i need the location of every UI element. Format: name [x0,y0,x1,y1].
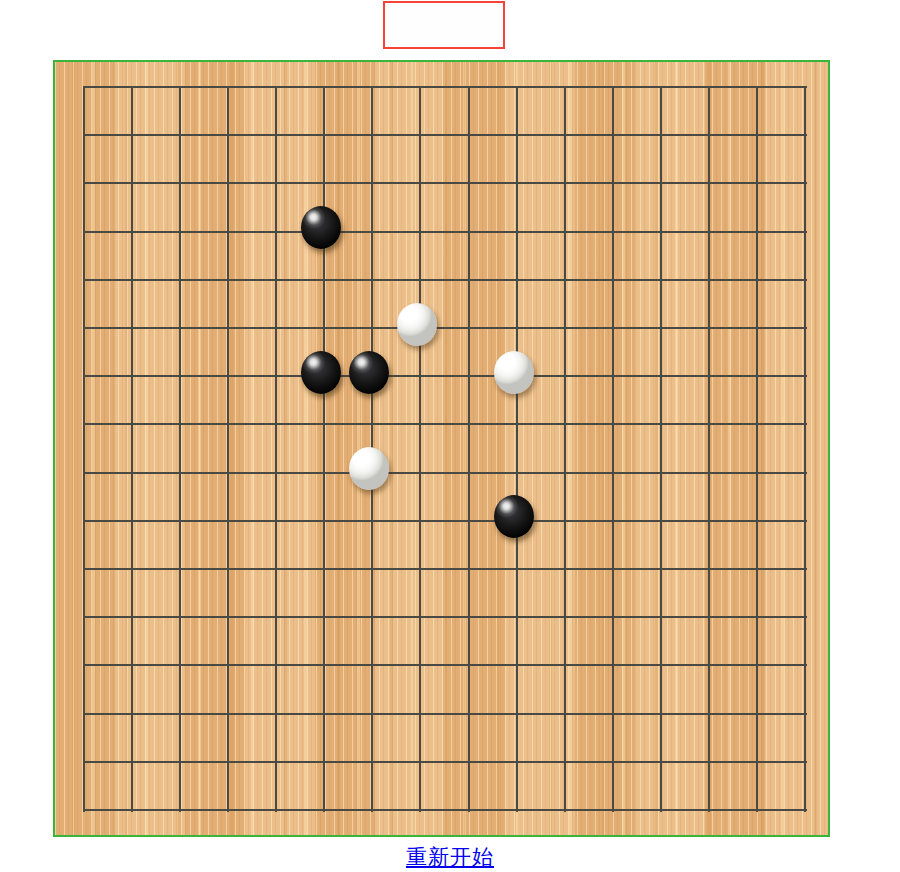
grid-line-vertical [516,86,518,812]
grid-line-horizontal [83,327,807,329]
stone-black [494,495,534,538]
stone-white [349,447,389,490]
grid-line-vertical [227,86,229,812]
stone-black [349,351,389,394]
grid-line-vertical [131,86,133,812]
grid-line-vertical [708,86,710,812]
grid-line-horizontal [83,761,807,763]
grid-line-vertical [323,86,325,812]
grid-line-horizontal [83,809,807,811]
status-box [383,1,505,49]
grid-line-horizontal [83,86,807,88]
grid-line-horizontal [83,182,807,184]
restart-link[interactable]: 重新开始 [406,845,494,868]
grid-line-vertical [468,86,470,812]
gomoku-board[interactable] [53,60,830,837]
grid-line-vertical [804,86,806,812]
grid-line-vertical [756,86,758,812]
grid-line-horizontal [83,664,807,666]
stone-black [301,206,341,249]
grid-line-horizontal [83,231,807,233]
grid-line-horizontal [83,713,807,715]
grid-line-horizontal [83,423,807,425]
stone-black [301,351,341,394]
grid-line-vertical [660,86,662,812]
grid-line-horizontal [83,279,807,281]
grid-line-vertical [275,86,277,812]
grid-line-horizontal [83,616,807,618]
stone-white [494,351,534,394]
grid-line-horizontal [83,520,807,522]
grid-line-horizontal [83,568,807,570]
grid-line-horizontal [83,375,807,377]
grid-line-vertical [612,86,614,812]
grid-line-horizontal [83,134,807,136]
restart-row: 重新开始 [0,843,900,871]
grid-line-vertical [564,86,566,812]
grid-line-horizontal [83,472,807,474]
stone-white [397,303,437,346]
grid-line-vertical [179,86,181,812]
board-grid[interactable] [83,86,807,812]
grid-line-vertical [419,86,421,812]
grid-line-vertical [83,86,85,812]
